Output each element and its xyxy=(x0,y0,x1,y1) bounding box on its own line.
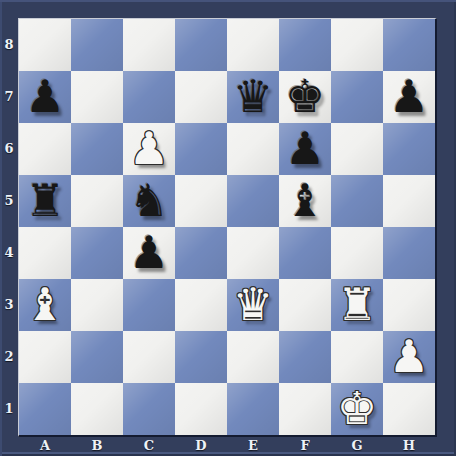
square-d6[interactable] xyxy=(175,123,227,175)
square-g2[interactable] xyxy=(331,331,383,383)
square-e2[interactable] xyxy=(227,331,279,383)
square-c1[interactable] xyxy=(123,383,175,435)
white-pawn[interactable]: ♟ xyxy=(389,331,429,383)
square-h7[interactable]: ♟ xyxy=(383,71,435,123)
file-label-h: H xyxy=(383,437,435,456)
square-a4[interactable] xyxy=(19,227,71,279)
rank-label-1: 1 xyxy=(0,383,18,435)
square-d1[interactable] xyxy=(175,383,227,435)
square-e5[interactable] xyxy=(227,175,279,227)
chess-board-frame: ♟♛♚♟♟♟♜♞♝♟♝♛♜♟♚ 87654321 ABCDEFGH xyxy=(0,0,456,456)
square-h1[interactable] xyxy=(383,383,435,435)
file-label-d: D xyxy=(175,437,227,456)
square-b6[interactable] xyxy=(71,123,123,175)
square-e1[interactable] xyxy=(227,383,279,435)
square-e6[interactable] xyxy=(227,123,279,175)
square-b5[interactable] xyxy=(71,175,123,227)
square-g3[interactable]: ♜ xyxy=(331,279,383,331)
black-pawn[interactable]: ♟ xyxy=(129,227,169,279)
black-bishop[interactable]: ♝ xyxy=(285,175,325,227)
square-c8[interactable] xyxy=(123,19,175,71)
square-g8[interactable] xyxy=(331,19,383,71)
chess-board: ♟♛♚♟♟♟♜♞♝♟♝♛♜♟♚ xyxy=(18,18,437,437)
file-label-e: E xyxy=(227,437,279,456)
square-d7[interactable] xyxy=(175,71,227,123)
square-c5[interactable]: ♞ xyxy=(123,175,175,227)
square-g5[interactable] xyxy=(331,175,383,227)
square-a2[interactable] xyxy=(19,331,71,383)
square-c4[interactable]: ♟ xyxy=(123,227,175,279)
square-f1[interactable] xyxy=(279,383,331,435)
square-c7[interactable] xyxy=(123,71,175,123)
square-b8[interactable] xyxy=(71,19,123,71)
square-d3[interactable] xyxy=(175,279,227,331)
square-c2[interactable] xyxy=(123,331,175,383)
square-d8[interactable] xyxy=(175,19,227,71)
rank-label-6: 6 xyxy=(0,123,18,175)
file-label-c: C xyxy=(123,437,175,456)
square-a7[interactable]: ♟ xyxy=(19,71,71,123)
rank-label-7: 7 xyxy=(0,71,18,123)
square-a3[interactable]: ♝ xyxy=(19,279,71,331)
square-a5[interactable]: ♜ xyxy=(19,175,71,227)
black-rook[interactable]: ♜ xyxy=(25,175,65,227)
square-b4[interactable] xyxy=(71,227,123,279)
black-knight[interactable]: ♞ xyxy=(129,175,169,227)
square-e7[interactable]: ♛ xyxy=(227,71,279,123)
square-h3[interactable] xyxy=(383,279,435,331)
white-king[interactable]: ♚ xyxy=(337,383,377,435)
file-labels: ABCDEFGH xyxy=(19,437,435,456)
square-b7[interactable] xyxy=(71,71,123,123)
square-f4[interactable] xyxy=(279,227,331,279)
square-f3[interactable] xyxy=(279,279,331,331)
square-b1[interactable] xyxy=(71,383,123,435)
white-pawn[interactable]: ♟ xyxy=(129,123,169,175)
rank-label-4: 4 xyxy=(0,227,18,279)
square-h6[interactable] xyxy=(383,123,435,175)
black-king[interactable]: ♚ xyxy=(285,71,325,123)
square-g6[interactable] xyxy=(331,123,383,175)
rank-label-5: 5 xyxy=(0,175,18,227)
black-pawn[interactable]: ♟ xyxy=(389,71,429,123)
file-label-g: G xyxy=(331,437,383,456)
square-d2[interactable] xyxy=(175,331,227,383)
black-pawn[interactable]: ♟ xyxy=(285,123,325,175)
square-a6[interactable] xyxy=(19,123,71,175)
square-b2[interactable] xyxy=(71,331,123,383)
square-g1[interactable]: ♚ xyxy=(331,383,383,435)
rank-labels: 87654321 xyxy=(0,19,18,435)
square-c3[interactable] xyxy=(123,279,175,331)
square-f7[interactable]: ♚ xyxy=(279,71,331,123)
square-d4[interactable] xyxy=(175,227,227,279)
square-c6[interactable]: ♟ xyxy=(123,123,175,175)
file-label-b: B xyxy=(71,437,123,456)
square-h5[interactable] xyxy=(383,175,435,227)
white-queen[interactable]: ♛ xyxy=(233,279,273,331)
square-d5[interactable] xyxy=(175,175,227,227)
white-rook[interactable]: ♜ xyxy=(337,279,377,331)
square-h2[interactable]: ♟ xyxy=(383,331,435,383)
square-f5[interactable]: ♝ xyxy=(279,175,331,227)
black-pawn[interactable]: ♟ xyxy=(25,71,65,123)
rank-label-3: 3 xyxy=(0,279,18,331)
white-bishop[interactable]: ♝ xyxy=(25,279,65,331)
square-a8[interactable] xyxy=(19,19,71,71)
square-h8[interactable] xyxy=(383,19,435,71)
black-queen[interactable]: ♛ xyxy=(233,71,273,123)
square-f6[interactable]: ♟ xyxy=(279,123,331,175)
square-g4[interactable] xyxy=(331,227,383,279)
square-h4[interactable] xyxy=(383,227,435,279)
square-e3[interactable]: ♛ xyxy=(227,279,279,331)
rank-label-2: 2 xyxy=(0,331,18,383)
file-label-f: F xyxy=(279,437,331,456)
file-label-a: A xyxy=(19,437,71,456)
square-a1[interactable] xyxy=(19,383,71,435)
square-f2[interactable] xyxy=(279,331,331,383)
square-b3[interactable] xyxy=(71,279,123,331)
square-f8[interactable] xyxy=(279,19,331,71)
square-g7[interactable] xyxy=(331,71,383,123)
rank-label-8: 8 xyxy=(0,19,18,71)
square-e4[interactable] xyxy=(227,227,279,279)
square-e8[interactable] xyxy=(227,19,279,71)
